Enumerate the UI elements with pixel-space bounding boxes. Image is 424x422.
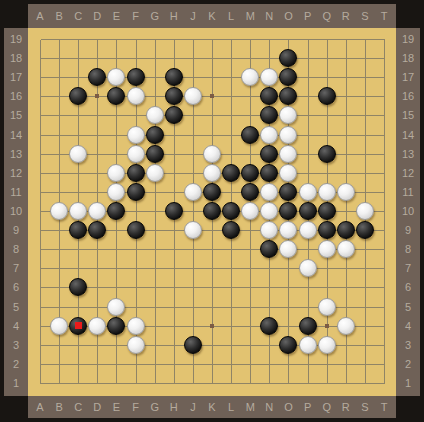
coord-label-right-18: 18 [402,53,414,64]
black-stone-Q16 [318,87,336,105]
white-stone-R8 [337,240,355,258]
coord-label-left-2: 2 [13,358,19,369]
coord-label-right-6: 6 [405,282,411,293]
coord-label-right-12: 12 [402,167,414,178]
coord-label-top-N: N [265,11,273,22]
coord-label-bottom-R: R [342,402,350,413]
white-stone-F16 [127,87,145,105]
black-stone-N4 [260,317,278,335]
coord-label-top-K: K [208,11,215,22]
coord-label-top-H: H [170,11,178,22]
black-stone-N13 [260,145,278,163]
white-stone-E5 [107,298,125,316]
coord-label-bottom-B: B [55,402,62,413]
coord-label-left-10: 10 [10,206,22,217]
white-stone-J9 [184,221,202,239]
coord-label-bottom-O: O [284,402,293,413]
coord-label-top-Q: Q [322,11,331,22]
coord-label-right-11: 11 [402,186,413,197]
black-stone-G13 [146,145,164,163]
coord-label-bottom-L: L [228,402,234,413]
coord-label-left-3: 3 [13,339,19,350]
coord-label-left-5: 5 [13,301,19,312]
white-stone-J11 [184,183,202,201]
coord-label-bottom-Q: Q [322,402,331,413]
black-stone-H16 [165,87,183,105]
black-stone-R9 [337,221,355,239]
coord-label-top-J: J [190,11,196,22]
coord-label-bottom-E: E [113,402,120,413]
white-stone-O13 [279,145,297,163]
coord-label-left-1: 1 [13,378,19,389]
black-stone-F12 [127,164,145,182]
white-stone-F13 [127,145,145,163]
coord-label-right-7: 7 [405,263,411,274]
go-board-app: AABBCCDDEEFFGGHHJJKKLLMMNNOOPPQQRRSSTT19… [0,0,424,422]
goban[interactable] [28,28,396,396]
black-stone-N12 [260,164,278,182]
black-stone-L12 [222,164,240,182]
black-stone-M14 [241,126,259,144]
coord-label-left-16: 16 [10,91,22,102]
white-stone-Q5 [318,298,336,316]
black-stone-Q13 [318,145,336,163]
black-stone-M11 [241,183,259,201]
coord-label-bottom-C: C [74,402,82,413]
black-stone-L10 [222,202,240,220]
white-stone-B4 [50,317,68,335]
coord-label-right-13: 13 [402,148,414,159]
coord-label-top-P: P [304,11,311,22]
coord-label-top-E: E [113,11,120,22]
coord-label-right-14: 14 [402,129,414,140]
coord-label-left-6: 6 [13,282,19,293]
black-stone-K11 [203,183,221,201]
white-stone-F3 [127,336,145,354]
coord-label-top-B: B [55,11,62,22]
black-stone-F17 [127,68,145,86]
black-stone-Q10 [318,202,336,220]
white-stone-K13 [203,145,221,163]
coord-label-left-9: 9 [13,225,19,236]
coord-label-bottom-M: M [246,402,255,413]
black-stone-S9 [356,221,374,239]
black-stone-P4 [299,317,317,335]
white-stone-O14 [279,126,297,144]
white-stone-S10 [356,202,374,220]
coord-label-top-T: T [381,11,388,22]
coord-label-right-10: 10 [402,206,414,217]
black-stone-J3 [184,336,202,354]
black-stone-F9 [127,221,145,239]
black-stone-Q9 [318,221,336,239]
coord-label-left-14: 14 [10,129,22,140]
last-move-marker [75,322,82,329]
coord-label-bottom-D: D [93,402,101,413]
black-stone-F11 [127,183,145,201]
coord-label-top-R: R [342,11,350,22]
white-stone-G12 [146,164,164,182]
coord-label-bottom-S: S [361,402,368,413]
white-stone-R4 [337,317,355,335]
coord-label-left-7: 7 [13,263,19,274]
white-stone-Q11 [318,183,336,201]
coord-label-right-3: 3 [405,339,411,350]
coord-label-left-17: 17 [10,72,22,83]
coord-label-right-8: 8 [405,244,411,255]
coord-label-top-M: M [246,11,255,22]
coord-label-right-17: 17 [402,72,414,83]
coord-label-top-O: O [284,11,293,22]
black-stone-H17 [165,68,183,86]
coord-label-right-5: 5 [405,301,411,312]
coord-label-bottom-F: F [132,402,139,413]
coord-label-left-12: 12 [10,167,22,178]
black-stone-P10 [299,202,317,220]
white-stone-B10 [50,202,68,220]
white-stone-Q8 [318,240,336,258]
coord-label-top-A: A [36,11,43,22]
coord-label-top-D: D [93,11,101,22]
coord-label-top-G: G [150,11,159,22]
coord-label-top-S: S [361,11,368,22]
coord-label-bottom-T: T [381,402,388,413]
white-stone-P9 [299,221,317,239]
coord-label-right-9: 9 [405,225,411,236]
white-stone-P7 [299,259,317,277]
coord-label-left-4: 4 [13,320,19,331]
coord-label-left-8: 8 [13,244,19,255]
white-stone-C13 [69,145,87,163]
black-stone-H10 [165,202,183,220]
coord-label-right-19: 19 [402,34,414,45]
coord-label-right-1: 1 [405,378,411,389]
coord-label-right-2: 2 [405,358,411,369]
coord-label-right-15: 15 [402,110,414,121]
white-stone-D4 [88,317,106,335]
star-point-K4 [210,324,214,328]
black-stone-E4 [107,317,125,335]
coord-label-top-L: L [228,11,234,22]
coord-label-bottom-J: J [190,402,196,413]
white-stone-P11 [299,183,317,201]
white-stone-F4 [127,317,145,335]
coord-label-bottom-G: G [150,402,159,413]
white-stone-N14 [260,126,278,144]
white-stone-R11 [337,183,355,201]
coord-label-top-F: F [132,11,139,22]
black-stone-G14 [146,126,164,144]
white-stone-P3 [299,336,317,354]
white-stone-F14 [127,126,145,144]
coord-label-bottom-A: A [36,402,43,413]
star-point-D16 [95,94,99,98]
coord-label-left-19: 19 [10,34,22,45]
black-stone-M12 [241,164,259,182]
coord-label-left-11: 11 [10,186,21,197]
coord-label-right-4: 4 [405,320,411,331]
black-stone-K10 [203,202,221,220]
white-stone-K12 [203,164,221,182]
coord-label-left-15: 15 [10,110,22,121]
white-stone-G15 [146,106,164,124]
coord-label-bottom-H: H [170,402,178,413]
coord-label-left-18: 18 [10,53,22,64]
coord-label-bottom-N: N [265,402,273,413]
coord-label-right-16: 16 [402,91,414,102]
white-stone-Q3 [318,336,336,354]
star-point-K16 [210,94,214,98]
coord-label-bottom-K: K [208,402,215,413]
coord-label-top-C: C [74,11,82,22]
coord-label-left-13: 13 [10,148,22,159]
coord-label-bottom-P: P [304,402,311,413]
star-point-Q4 [325,324,329,328]
